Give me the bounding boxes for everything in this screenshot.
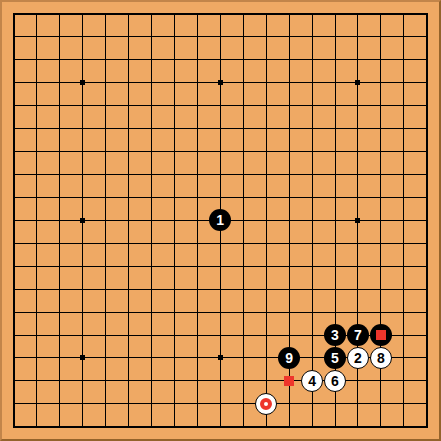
grid-line-vertical	[403, 14, 404, 427]
grid-line-vertical	[266, 14, 267, 427]
star-point	[355, 218, 360, 223]
move-number: 1	[216, 213, 224, 227]
move-number: 8	[377, 351, 385, 365]
star-point	[355, 80, 360, 85]
star-point	[218, 355, 223, 360]
move-number: 7	[354, 328, 362, 342]
stone-white-4: 4	[301, 370, 323, 392]
star-point	[218, 80, 223, 85]
move-number: 2	[354, 351, 362, 365]
grid-line-horizontal	[14, 312, 427, 313]
grid-line-horizontal	[14, 380, 427, 381]
move-number: 5	[331, 351, 339, 365]
move-number: 4	[308, 374, 316, 388]
go-board: 123456789	[0, 0, 441, 441]
star-point	[80, 218, 85, 223]
stone-white-8: 8	[370, 347, 392, 369]
stone-white-6: 6	[324, 370, 346, 392]
stone-black-9: 9	[278, 347, 300, 369]
star-point	[80, 355, 85, 360]
circle-marker	[260, 398, 272, 410]
grid-line-horizontal	[14, 266, 427, 267]
square-marker	[376, 330, 386, 340]
star-point	[80, 80, 85, 85]
stone-white-2: 2	[347, 347, 369, 369]
move-number: 9	[285, 351, 293, 365]
marked-point-square	[284, 376, 294, 386]
grid-line-vertical	[312, 14, 313, 427]
stone-black-5: 5	[324, 347, 346, 369]
stone-white-circle	[255, 393, 277, 415]
grid-line-vertical	[243, 14, 244, 427]
stone-black-3: 3	[324, 324, 346, 346]
move-number: 6	[331, 374, 339, 388]
stone-black-square	[370, 324, 392, 346]
grid-line-horizontal	[14, 243, 427, 244]
grid-line-horizontal	[14, 289, 427, 290]
stone-black-7: 7	[347, 324, 369, 346]
move-number: 3	[331, 328, 339, 342]
grid-line-horizontal	[14, 403, 427, 404]
